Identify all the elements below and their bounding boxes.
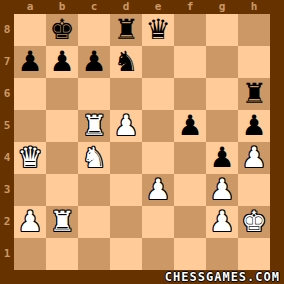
square-d2[interactable] bbox=[110, 206, 142, 238]
piece-black-pawn[interactable]: ♟ bbox=[174, 110, 206, 142]
file-label-f: f bbox=[174, 0, 206, 14]
square-b2[interactable]: ♜ bbox=[46, 206, 78, 238]
piece-white-pawn[interactable]: ♟ bbox=[206, 174, 238, 206]
rank-label-7: 7 bbox=[0, 46, 14, 78]
piece-black-pawn[interactable]: ♟ bbox=[238, 110, 270, 142]
chess-diagram-frame: abcdefgh 87654321 ♚♜♛♟♟♟♞♜♜♟♟♟♛♞♟♟♟♟♟♜♟♚… bbox=[0, 0, 284, 284]
square-a7[interactable]: ♟ bbox=[14, 46, 46, 78]
square-c4[interactable]: ♞ bbox=[78, 142, 110, 174]
square-b1[interactable] bbox=[46, 238, 78, 270]
square-g1[interactable] bbox=[206, 238, 238, 270]
square-f2[interactable] bbox=[174, 206, 206, 238]
piece-black-rook[interactable]: ♜ bbox=[110, 14, 142, 46]
square-d1[interactable] bbox=[110, 238, 142, 270]
piece-white-rook[interactable]: ♜ bbox=[46, 206, 78, 238]
file-labels: abcdefgh bbox=[14, 0, 270, 14]
square-c8[interactable] bbox=[78, 14, 110, 46]
piece-white-pawn[interactable]: ♟ bbox=[142, 174, 174, 206]
piece-white-rook[interactable]: ♜ bbox=[78, 110, 110, 142]
rank-label-6: 6 bbox=[0, 78, 14, 110]
square-a3[interactable] bbox=[14, 174, 46, 206]
rank-label-3: 3 bbox=[0, 174, 14, 206]
square-h6[interactable]: ♜ bbox=[238, 78, 270, 110]
square-b4[interactable] bbox=[46, 142, 78, 174]
square-f6[interactable] bbox=[174, 78, 206, 110]
rank-label-4: 4 bbox=[0, 142, 14, 174]
piece-white-pawn[interactable]: ♟ bbox=[14, 206, 46, 238]
square-h1[interactable] bbox=[238, 238, 270, 270]
piece-white-knight[interactable]: ♞ bbox=[78, 142, 110, 174]
square-g7[interactable] bbox=[206, 46, 238, 78]
square-h5[interactable]: ♟ bbox=[238, 110, 270, 142]
square-e1[interactable] bbox=[142, 238, 174, 270]
square-d6[interactable] bbox=[110, 78, 142, 110]
square-f3[interactable] bbox=[174, 174, 206, 206]
square-g2[interactable]: ♟ bbox=[206, 206, 238, 238]
square-e4[interactable] bbox=[142, 142, 174, 174]
square-h8[interactable] bbox=[238, 14, 270, 46]
square-a5[interactable] bbox=[14, 110, 46, 142]
piece-black-knight[interactable]: ♞ bbox=[110, 46, 142, 78]
square-b6[interactable] bbox=[46, 78, 78, 110]
file-label-g: g bbox=[206, 0, 238, 14]
file-label-a: a bbox=[14, 0, 46, 14]
piece-white-pawn[interactable]: ♟ bbox=[206, 206, 238, 238]
piece-black-rook[interactable]: ♜ bbox=[238, 78, 270, 110]
piece-black-queen[interactable]: ♛ bbox=[142, 14, 174, 46]
piece-white-king[interactable]: ♚ bbox=[238, 206, 270, 238]
file-label-c: c bbox=[78, 0, 110, 14]
square-g3[interactable]: ♟ bbox=[206, 174, 238, 206]
square-e3[interactable]: ♟ bbox=[142, 174, 174, 206]
square-a8[interactable] bbox=[14, 14, 46, 46]
file-label-h: h bbox=[238, 0, 270, 14]
square-h2[interactable]: ♚ bbox=[238, 206, 270, 238]
square-d8[interactable]: ♜ bbox=[110, 14, 142, 46]
file-label-b: b bbox=[46, 0, 78, 14]
square-e7[interactable] bbox=[142, 46, 174, 78]
piece-black-pawn[interactable]: ♟ bbox=[46, 46, 78, 78]
square-c7[interactable]: ♟ bbox=[78, 46, 110, 78]
square-a2[interactable]: ♟ bbox=[14, 206, 46, 238]
square-b8[interactable]: ♚ bbox=[46, 14, 78, 46]
brand-watermark: CHESSGAMES.COM bbox=[165, 270, 280, 284]
rank-label-1: 1 bbox=[0, 238, 14, 270]
piece-black-king[interactable]: ♚ bbox=[46, 14, 78, 46]
square-c1[interactable] bbox=[78, 238, 110, 270]
square-e8[interactable]: ♛ bbox=[142, 14, 174, 46]
square-d3[interactable] bbox=[110, 174, 142, 206]
chess-board: ♚♜♛♟♟♟♞♜♜♟♟♟♛♞♟♟♟♟♟♜♟♚ bbox=[14, 14, 270, 270]
piece-white-pawn[interactable]: ♟ bbox=[238, 142, 270, 174]
square-e2[interactable] bbox=[142, 206, 174, 238]
square-e6[interactable] bbox=[142, 78, 174, 110]
square-b5[interactable] bbox=[46, 110, 78, 142]
rank-labels: 87654321 bbox=[0, 14, 14, 270]
rank-label-8: 8 bbox=[0, 14, 14, 46]
square-g8[interactable] bbox=[206, 14, 238, 46]
square-f4[interactable] bbox=[174, 142, 206, 174]
square-h3[interactable] bbox=[238, 174, 270, 206]
rank-label-2: 2 bbox=[0, 206, 14, 238]
piece-black-pawn[interactable]: ♟ bbox=[78, 46, 110, 78]
square-a6[interactable] bbox=[14, 78, 46, 110]
square-e5[interactable] bbox=[142, 110, 174, 142]
rank-label-5: 5 bbox=[0, 110, 14, 142]
square-g5[interactable] bbox=[206, 110, 238, 142]
square-f8[interactable] bbox=[174, 14, 206, 46]
square-f5[interactable]: ♟ bbox=[174, 110, 206, 142]
square-g6[interactable] bbox=[206, 78, 238, 110]
square-d5[interactable]: ♟ bbox=[110, 110, 142, 142]
square-c6[interactable] bbox=[78, 78, 110, 110]
square-d7[interactable]: ♞ bbox=[110, 46, 142, 78]
square-b3[interactable] bbox=[46, 174, 78, 206]
file-label-e: e bbox=[142, 0, 174, 14]
square-c5[interactable]: ♜ bbox=[78, 110, 110, 142]
square-a1[interactable] bbox=[14, 238, 46, 270]
file-label-d: d bbox=[110, 0, 142, 14]
square-a4[interactable]: ♛ bbox=[14, 142, 46, 174]
square-b7[interactable]: ♟ bbox=[46, 46, 78, 78]
square-h7[interactable] bbox=[238, 46, 270, 78]
square-h4[interactable]: ♟ bbox=[238, 142, 270, 174]
square-c3[interactable] bbox=[78, 174, 110, 206]
square-f1[interactable] bbox=[174, 238, 206, 270]
square-d4[interactable] bbox=[110, 142, 142, 174]
piece-black-pawn[interactable]: ♟ bbox=[14, 46, 46, 78]
square-c2[interactable] bbox=[78, 206, 110, 238]
piece-black-pawn[interactable]: ♟ bbox=[206, 142, 238, 174]
piece-white-queen[interactable]: ♛ bbox=[14, 142, 46, 174]
square-g4[interactable]: ♟ bbox=[206, 142, 238, 174]
square-f7[interactable] bbox=[174, 46, 206, 78]
piece-white-pawn[interactable]: ♟ bbox=[110, 110, 142, 142]
